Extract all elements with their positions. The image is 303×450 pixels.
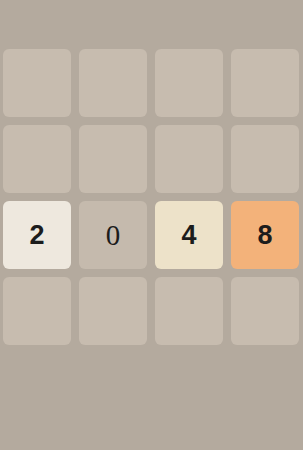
tile-0: 0: [79, 201, 147, 269]
tile-4: 4: [155, 201, 223, 269]
cell-r4c2: [79, 277, 147, 345]
cell-r2c3: [155, 125, 223, 193]
cell-r2c2: [79, 125, 147, 193]
cell-r4c1: [3, 277, 71, 345]
cell-r2c1: [3, 125, 71, 193]
tile-0-label: 0: [106, 221, 121, 250]
tile-2: 2: [3, 201, 71, 269]
cell-r1c3: [155, 49, 223, 117]
cell-r1c2: [79, 49, 147, 117]
game-screen: { "game": "2048", "position": { "rows": …: [0, 0, 303, 450]
cell-r2c4: [231, 125, 299, 193]
cell-r4c4: [231, 277, 299, 345]
tile-4-label: 4: [181, 222, 196, 249]
tile-8-label: 8: [257, 222, 272, 249]
cell-r1c4: [231, 49, 299, 117]
cell-r1c1: [3, 49, 71, 117]
tile-8: 8: [231, 201, 299, 269]
cell-r4c3: [155, 277, 223, 345]
tile-2-label: 2: [29, 222, 44, 249]
board-2048[interactable]: 2 0 4 8: [3, 49, 299, 345]
